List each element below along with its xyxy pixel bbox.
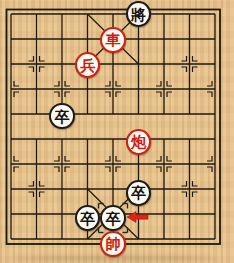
piece-black-general[interactable]: 將 [126,1,152,27]
piece-glyph: 兵 [80,58,95,73]
piece-black-soldier[interactable]: 卒 [100,205,126,231]
piece-black-soldier[interactable]: 卒 [126,180,152,206]
piece-red-general[interactable]: 帥 [100,231,126,257]
board-shadow [12,256,217,260]
piece-black-soldier[interactable]: 卒 [49,103,75,129]
piece-glyph: 卒 [80,211,95,226]
piece-red-cannon[interactable]: 炮 [126,129,152,155]
piece-glyph: 炮 [131,135,146,150]
piece-glyph: 帥 [106,237,121,252]
piece-layer: 將車兵卒炮卒卒卒帥 [0,1,228,256]
piece-glyph: 卒 [131,186,146,201]
piece-glyph: 卒 [106,211,121,226]
piece-red-soldier[interactable]: 兵 [75,52,101,78]
piece-glyph: 將 [131,7,146,22]
piece-black-soldier[interactable]: 卒 [75,205,101,231]
piece-red-chariot[interactable]: 車 [100,27,126,53]
piece-glyph: 卒 [55,109,70,124]
xiangqi-board[interactable]: 將車兵卒炮卒卒卒帥 [0,0,234,263]
piece-glyph: 車 [106,33,121,48]
